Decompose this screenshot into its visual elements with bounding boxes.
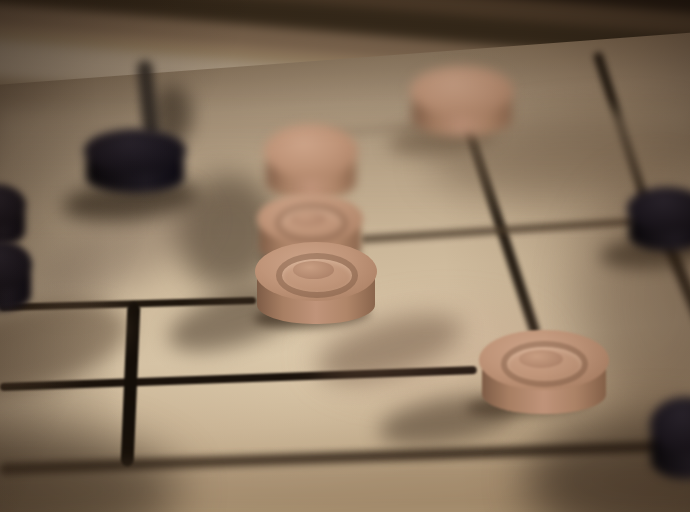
- dark-piece-g1[interactable]: [650, 397, 690, 479]
- light-piece-e3-top-face: [255, 242, 377, 301]
- photo-canvas: [0, 0, 690, 512]
- light-piece-f6-top-face: [410, 66, 514, 116]
- dark-piece-c4[interactable]: [0, 184, 26, 246]
- light-piece-f2-top-face: [479, 330, 609, 390]
- light-piece-f6[interactable]: [410, 66, 514, 136]
- light-piece-f2[interactable]: [479, 330, 609, 414]
- dark-piece-d5-top-face: [84, 129, 186, 173]
- light-piece-e4-top-face: [257, 194, 363, 244]
- light-piece-e5[interactable]: [264, 124, 358, 200]
- dark-piece-c3[interactable]: [0, 241, 32, 311]
- light-piece-e4-center-boss: [290, 211, 326, 226]
- light-piece-e5-top-face: [264, 124, 358, 179]
- dark-piece-d5[interactable]: [84, 129, 186, 193]
- dark-piece-g4[interactable]: [627, 187, 690, 251]
- light-piece-e3[interactable]: [255, 242, 377, 324]
